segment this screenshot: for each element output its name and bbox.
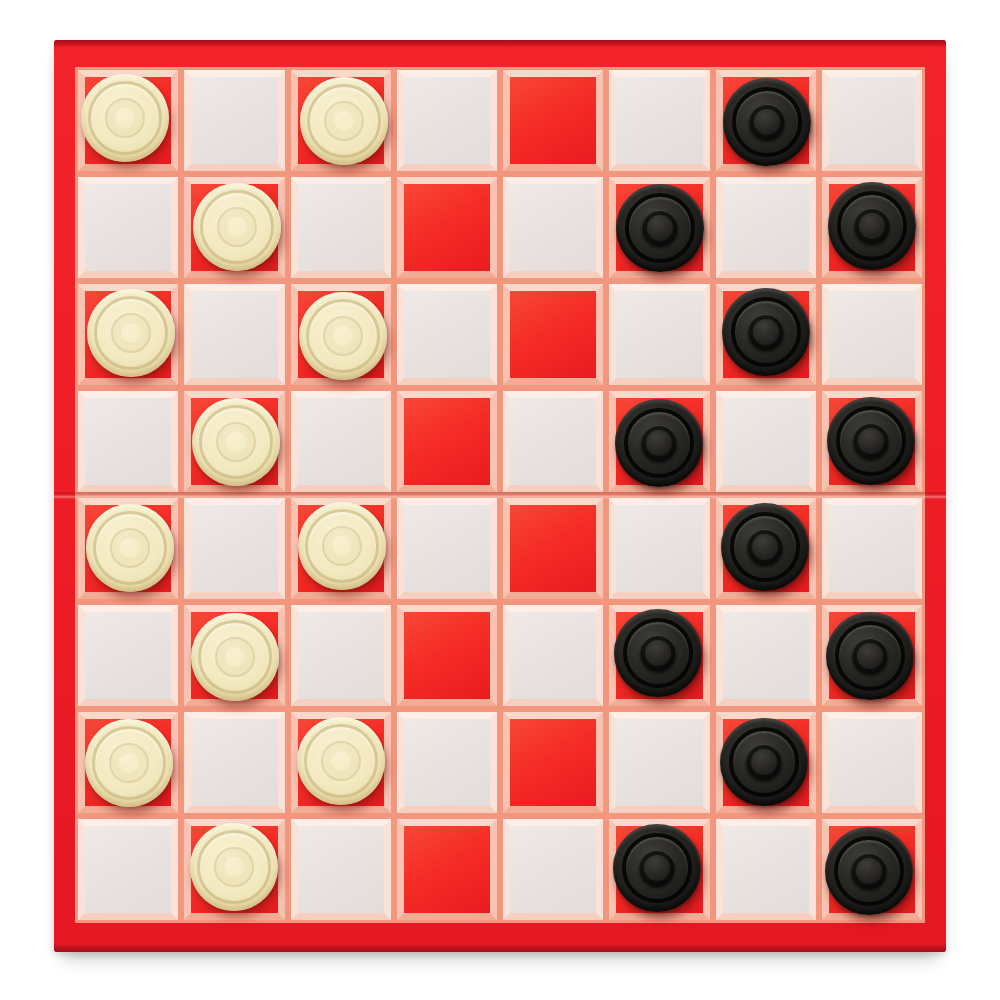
board-cell[interactable] — [75, 709, 181, 816]
light-square-tile — [291, 605, 391, 706]
dark-square-tile — [397, 177, 497, 278]
checker-piece-dark[interactable] — [826, 612, 914, 700]
light-square-tile — [716, 177, 816, 278]
checker-piece-dark[interactable] — [720, 718, 808, 806]
board-cell — [713, 388, 819, 495]
board-top-edge — [54, 40, 946, 47]
checker-piece-light[interactable] — [193, 183, 281, 271]
checker-piece-dark[interactable] — [825, 827, 913, 915]
board-cell — [500, 388, 606, 495]
light-square-tile — [78, 819, 178, 920]
board-cell — [819, 281, 925, 388]
board-cell — [819, 709, 925, 816]
board-cell[interactable] — [713, 67, 819, 174]
light-square-tile — [609, 70, 709, 171]
board-cell — [181, 281, 287, 388]
board-cell — [606, 67, 712, 174]
board-cell[interactable] — [713, 709, 819, 816]
checker-piece-dark[interactable] — [722, 288, 810, 376]
board-cell — [75, 388, 181, 495]
checker-piece-light[interactable] — [81, 74, 169, 162]
board-cell[interactable] — [288, 709, 394, 816]
light-square-tile — [397, 70, 497, 171]
checker-piece-dark[interactable] — [613, 824, 701, 912]
board-cell[interactable] — [75, 281, 181, 388]
light-square-tile — [503, 605, 603, 706]
board-cell — [500, 602, 606, 709]
light-square-tile — [184, 712, 284, 813]
checker-piece-dark[interactable] — [721, 503, 809, 591]
board-cell — [75, 816, 181, 923]
board-cell — [288, 816, 394, 923]
light-square-tile — [609, 498, 709, 599]
checkers-board — [54, 40, 946, 952]
checker-piece-light[interactable] — [299, 292, 387, 380]
board-cell[interactable] — [819, 602, 925, 709]
board-cell[interactable] — [181, 602, 287, 709]
board-cell[interactable] — [606, 816, 712, 923]
board-cell[interactable] — [394, 816, 500, 923]
light-square-tile — [184, 284, 284, 385]
light-square-tile — [716, 605, 816, 706]
board-cell — [500, 174, 606, 281]
board-cell — [394, 67, 500, 174]
board-cell — [181, 709, 287, 816]
board-cell[interactable] — [606, 602, 712, 709]
board-cell — [713, 816, 819, 923]
light-square-tile — [609, 284, 709, 385]
board-cell[interactable] — [394, 388, 500, 495]
board-cell — [75, 174, 181, 281]
light-square-tile — [78, 391, 178, 492]
dark-square-tile — [397, 819, 497, 920]
checker-piece-light[interactable] — [297, 717, 385, 805]
board-cell — [819, 495, 925, 602]
board-cell — [713, 174, 819, 281]
checker-piece-dark[interactable] — [828, 182, 916, 270]
board-cell[interactable] — [819, 816, 925, 923]
board-cell[interactable] — [606, 388, 712, 495]
board-cell[interactable] — [288, 495, 394, 602]
board-cell — [500, 816, 606, 923]
board-cell[interactable] — [713, 281, 819, 388]
checker-piece-dark[interactable] — [827, 397, 915, 485]
dark-square-tile — [503, 498, 603, 599]
board-cell — [713, 602, 819, 709]
board-bottom-edge — [54, 943, 946, 952]
board-cell — [288, 602, 394, 709]
light-square-tile — [609, 712, 709, 813]
board-cell[interactable] — [394, 602, 500, 709]
board-cell[interactable] — [394, 174, 500, 281]
dark-square-tile — [397, 605, 497, 706]
board-cell[interactable] — [500, 67, 606, 174]
board-cell — [394, 495, 500, 602]
checker-piece-dark[interactable] — [615, 399, 703, 487]
light-square-tile — [397, 284, 497, 385]
checker-piece-light[interactable] — [300, 77, 388, 165]
light-square-tile — [822, 284, 922, 385]
board-cell[interactable] — [181, 174, 287, 281]
board-cell — [75, 602, 181, 709]
board-cell[interactable] — [75, 67, 181, 174]
light-square-tile — [503, 177, 603, 278]
board-cell[interactable] — [500, 709, 606, 816]
board-cell[interactable] — [288, 281, 394, 388]
board-cell — [394, 709, 500, 816]
board-cell — [606, 281, 712, 388]
board-cell — [288, 388, 394, 495]
board-cell — [819, 67, 925, 174]
checker-piece-dark[interactable] — [614, 609, 702, 697]
dark-square-tile — [503, 284, 603, 385]
board-cell[interactable] — [819, 174, 925, 281]
checker-piece-dark[interactable] — [616, 184, 704, 272]
light-square-tile — [78, 177, 178, 278]
board-cell[interactable] — [500, 495, 606, 602]
board-cell[interactable] — [288, 67, 394, 174]
light-square-tile — [503, 819, 603, 920]
board-cell — [288, 174, 394, 281]
light-square-tile — [716, 391, 816, 492]
checker-piece-light[interactable] — [192, 398, 280, 486]
dark-square-tile — [503, 712, 603, 813]
light-square-tile — [291, 819, 391, 920]
dark-square-tile — [397, 391, 497, 492]
light-square-tile — [503, 391, 603, 492]
board-cell — [181, 67, 287, 174]
light-square-tile — [822, 70, 922, 171]
checker-piece-light[interactable] — [85, 719, 173, 807]
dark-square-tile — [503, 70, 603, 171]
light-square-tile — [291, 391, 391, 492]
light-square-tile — [397, 712, 497, 813]
board-grid — [75, 67, 925, 923]
board-cell — [394, 281, 500, 388]
checker-piece-light[interactable] — [87, 289, 175, 377]
checker-piece-light[interactable] — [298, 502, 386, 590]
board-cell[interactable] — [75, 495, 181, 602]
checker-piece-light[interactable] — [190, 823, 278, 911]
light-square-tile — [397, 498, 497, 599]
light-square-tile — [291, 177, 391, 278]
board-cell[interactable] — [181, 816, 287, 923]
board-cell[interactable] — [819, 388, 925, 495]
board-cell — [606, 709, 712, 816]
light-square-tile — [78, 605, 178, 706]
board-cell[interactable] — [606, 174, 712, 281]
board-cell — [606, 495, 712, 602]
board-cell — [181, 495, 287, 602]
board-cell[interactable] — [181, 388, 287, 495]
board-cell[interactable] — [713, 495, 819, 602]
light-square-tile — [822, 712, 922, 813]
checker-piece-light[interactable] — [191, 613, 279, 701]
light-square-tile — [184, 498, 284, 599]
light-square-tile — [822, 498, 922, 599]
light-square-tile — [184, 70, 284, 171]
board-cell[interactable] — [500, 281, 606, 388]
checker-piece-dark[interactable] — [723, 78, 811, 166]
checker-piece-light[interactable] — [86, 504, 174, 592]
light-square-tile — [716, 819, 816, 920]
